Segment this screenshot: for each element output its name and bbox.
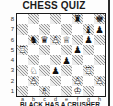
square-d3: ♟ [50, 65, 61, 75]
square-f5: ♟ [72, 45, 83, 55]
square-b6: ♞ [28, 35, 39, 45]
square-d2 [50, 76, 61, 86]
square-b5 [28, 45, 39, 55]
black-piece-r: ♜ [72, 14, 83, 24]
rank-label-7: 7 [5, 24, 14, 34]
square-c1: ♝♗ [39, 86, 50, 96]
chess-board: ♜♚♝♟♞♛♟♙♛♕♟♜♖♟♟♞♘♟♜♖♟♙♟♙♟♙♝♗♚♔ [16, 13, 106, 97]
square-d6: ♟♙ [50, 35, 61, 45]
white-piece-Q: ♕ [61, 35, 72, 45]
black-piece-q: ♛ [39, 35, 50, 45]
rank-label-1: 1 [5, 86, 14, 96]
rank-label-3: 3 [5, 65, 14, 75]
square-c4 [39, 55, 50, 65]
square-d4 [50, 55, 61, 65]
black-piece-p: ♟ [50, 65, 61, 75]
square-e3 [61, 65, 72, 75]
square-e1 [61, 86, 72, 96]
black-piece-p: ♟ [61, 55, 72, 65]
page-title: CHESS QUIZ [0, 0, 108, 12]
square-g4 [83, 55, 94, 65]
square-d8 [50, 14, 61, 24]
square-c5 [39, 45, 50, 55]
square-h2: ♟♙ [94, 76, 105, 86]
rank-label-4: 4 [5, 55, 14, 65]
square-h4 [94, 55, 105, 65]
square-g3: ♜♖ [83, 65, 94, 75]
square-a1 [17, 86, 28, 96]
square-g5 [83, 45, 94, 55]
square-e5 [61, 45, 72, 55]
square-a5: ♜♖ [17, 45, 28, 55]
white-piece-P: ♙ [94, 76, 105, 86]
rank-labels: 87654321 [5, 14, 14, 96]
square-g6: ♟ [83, 35, 94, 45]
square-e4: ♟ [61, 55, 72, 65]
column-rule [108, 0, 110, 106]
square-g1 [83, 86, 94, 96]
caption: BLACK HAS A CRUSHER [12, 101, 108, 106]
square-d5 [50, 45, 61, 55]
rank-label-2: 2 [5, 76, 14, 86]
square-e6: ♛♕ [61, 35, 72, 45]
square-a3 [17, 65, 28, 75]
square-c8 [39, 14, 50, 24]
square-b1 [28, 86, 39, 96]
square-f8: ♜ [72, 14, 83, 24]
square-h5 [94, 45, 105, 55]
black-piece-p: ♟ [94, 24, 105, 34]
white-piece-R: ♖ [83, 65, 94, 75]
white-piece-P: ♙ [28, 76, 39, 86]
square-a7 [17, 24, 28, 34]
square-a4 [17, 55, 28, 65]
rank-label-5: 5 [5, 45, 14, 55]
square-a8 [17, 14, 28, 24]
square-b4 [28, 55, 39, 65]
chess-quiz-diagram: CHESS QUIZ 87654321 ♜♚♝♟♞♛♟♙♛♕♟♜♖♟♟♞♘♟♜♖… [0, 0, 113, 106]
square-e2 [61, 76, 72, 86]
black-piece-n: ♞ [28, 35, 39, 45]
square-g8 [83, 14, 94, 24]
square-f1: ♚♔ [72, 86, 83, 96]
square-c6: ♛ [39, 35, 50, 45]
square-b8 [28, 14, 39, 24]
square-d1 [50, 86, 61, 96]
square-b2: ♟♙ [28, 76, 39, 86]
white-piece-B: ♗ [39, 86, 50, 96]
rank-label-6: 6 [5, 35, 14, 45]
square-h8: ♚ [94, 14, 105, 24]
square-f7 [72, 24, 83, 34]
white-piece-R: ♖ [17, 45, 28, 55]
black-piece-p: ♟ [72, 45, 83, 55]
black-piece-k: ♚ [94, 14, 105, 24]
square-e8 [61, 14, 72, 24]
square-g2 [83, 76, 94, 86]
square-h7: ♟ [94, 24, 105, 34]
square-h6 [94, 35, 105, 45]
square-a2 [17, 76, 28, 86]
rank-label-8: 8 [5, 14, 14, 24]
white-piece-K: ♔ [72, 86, 83, 96]
white-piece-P: ♙ [50, 35, 61, 45]
square-f4 [72, 55, 83, 65]
square-h1 [94, 86, 105, 96]
black-piece-p: ♟ [83, 35, 94, 45]
square-c3 [39, 65, 50, 75]
